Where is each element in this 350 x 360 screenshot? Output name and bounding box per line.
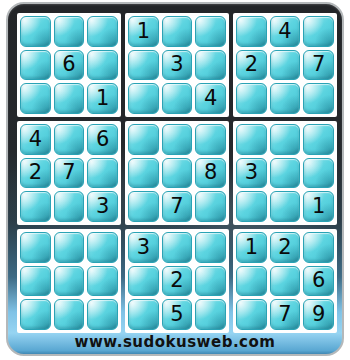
- cell-r8c5[interactable]: 2: [162, 266, 193, 297]
- cell-r1c3[interactable]: [87, 16, 118, 47]
- cell-r9c9[interactable]: 9: [303, 299, 334, 330]
- cell-r1c1[interactable]: [20, 16, 51, 47]
- cell-r6c6[interactable]: [195, 191, 226, 222]
- box-r2c2: 12679: [233, 229, 337, 333]
- cell-r6c4[interactable]: [128, 191, 159, 222]
- box-r0c2: 427: [233, 13, 337, 117]
- cell-r6c3[interactable]: 3: [87, 191, 118, 222]
- board-frame: 6113442746273873132512679 www.sudokusweb…: [6, 2, 344, 356]
- cell-r8c8[interactable]: [270, 266, 301, 297]
- cell-r6c2[interactable]: [54, 191, 85, 222]
- cell-r3c1[interactable]: [20, 83, 51, 114]
- cell-r6c7[interactable]: [236, 191, 267, 222]
- cell-r9c5[interactable]: 5: [162, 299, 193, 330]
- cell-r7c6[interactable]: [195, 232, 226, 263]
- cell-r2c7[interactable]: 2: [236, 50, 267, 81]
- cell-r2c1[interactable]: [20, 50, 51, 81]
- cell-r7c2[interactable]: [54, 232, 85, 263]
- cell-r7c8[interactable]: 2: [270, 232, 301, 263]
- box-r2c1: 325: [125, 229, 229, 333]
- cell-r2c5[interactable]: 3: [162, 50, 193, 81]
- cell-r9c7[interactable]: [236, 299, 267, 330]
- cell-r5c3[interactable]: [87, 158, 118, 189]
- cell-r7c3[interactable]: [87, 232, 118, 263]
- cell-r9c3[interactable]: [87, 299, 118, 330]
- cell-r8c9[interactable]: 6: [303, 266, 334, 297]
- cell-r9c2[interactable]: [54, 299, 85, 330]
- cell-r7c5[interactable]: [162, 232, 193, 263]
- cell-r8c7[interactable]: [236, 266, 267, 297]
- cell-r3c7[interactable]: [236, 83, 267, 114]
- cell-r8c2[interactable]: [54, 266, 85, 297]
- cell-r2c9[interactable]: 7: [303, 50, 334, 81]
- cell-r1c7[interactable]: [236, 16, 267, 47]
- cell-r7c1[interactable]: [20, 232, 51, 263]
- cell-r7c9[interactable]: [303, 232, 334, 263]
- cell-r4c3[interactable]: 6: [87, 124, 118, 155]
- cell-r2c3[interactable]: [87, 50, 118, 81]
- cell-r8c4[interactable]: [128, 266, 159, 297]
- cell-r1c2[interactable]: [54, 16, 85, 47]
- cell-r4c6[interactable]: [195, 124, 226, 155]
- cell-r4c5[interactable]: [162, 124, 193, 155]
- cell-r2c2[interactable]: 6: [54, 50, 85, 81]
- cell-r4c7[interactable]: [236, 124, 267, 155]
- cell-r5c7[interactable]: 3: [236, 158, 267, 189]
- cell-r5c8[interactable]: [270, 158, 301, 189]
- cell-r7c4[interactable]: 3: [128, 232, 159, 263]
- cell-r4c2[interactable]: [54, 124, 85, 155]
- box-r0c0: 61: [17, 13, 121, 117]
- cell-r9c6[interactable]: [195, 299, 226, 330]
- cell-r5c5[interactable]: [162, 158, 193, 189]
- cell-r8c3[interactable]: [87, 266, 118, 297]
- cell-r1c9[interactable]: [303, 16, 334, 47]
- cell-r3c6[interactable]: 4: [195, 83, 226, 114]
- cell-r6c1[interactable]: [20, 191, 51, 222]
- cell-r5c2[interactable]: 7: [54, 158, 85, 189]
- cell-r6c9[interactable]: 1: [303, 191, 334, 222]
- cell-r3c3[interactable]: 1: [87, 83, 118, 114]
- cell-r3c8[interactable]: [270, 83, 301, 114]
- sudoku-board: 6113442746273873132512679: [17, 13, 337, 333]
- cell-r4c4[interactable]: [128, 124, 159, 155]
- box-r2c0: [17, 229, 121, 333]
- cell-r3c2[interactable]: [54, 83, 85, 114]
- cell-r9c1[interactable]: [20, 299, 51, 330]
- box-r1c2: 31: [233, 121, 337, 225]
- cell-r7c7[interactable]: 1: [236, 232, 267, 263]
- cell-r3c4[interactable]: [128, 83, 159, 114]
- cell-r2c6[interactable]: [195, 50, 226, 81]
- cell-r4c8[interactable]: [270, 124, 301, 155]
- cell-r2c8[interactable]: [270, 50, 301, 81]
- cell-r5c9[interactable]: [303, 158, 334, 189]
- cell-r6c5[interactable]: 7: [162, 191, 193, 222]
- cell-r1c5[interactable]: [162, 16, 193, 47]
- cell-r1c6[interactable]: [195, 16, 226, 47]
- cell-r5c4[interactable]: [128, 158, 159, 189]
- website-link[interactable]: www.sudokusweb.com: [8, 333, 342, 354]
- cell-r4c9[interactable]: [303, 124, 334, 155]
- cell-r9c4[interactable]: [128, 299, 159, 330]
- sudoku-widget: 6113442746273873132512679 www.sudokusweb…: [0, 0, 350, 360]
- cell-r2c4[interactable]: [128, 50, 159, 81]
- cell-r4c1[interactable]: 4: [20, 124, 51, 155]
- cell-r8c6[interactable]: [195, 266, 226, 297]
- cell-r5c1[interactable]: 2: [20, 158, 51, 189]
- cell-r8c1[interactable]: [20, 266, 51, 297]
- cell-r5c6[interactable]: 8: [195, 158, 226, 189]
- box-r0c1: 134: [125, 13, 229, 117]
- box-r1c0: 46273: [17, 121, 121, 225]
- cell-r3c9[interactable]: [303, 83, 334, 114]
- box-r1c1: 87: [125, 121, 229, 225]
- cell-r9c8[interactable]: 7: [270, 299, 301, 330]
- cell-r1c4[interactable]: 1: [128, 16, 159, 47]
- cell-r6c8[interactable]: [270, 191, 301, 222]
- cell-r3c5[interactable]: [162, 83, 193, 114]
- cell-r1c8[interactable]: 4: [270, 16, 301, 47]
